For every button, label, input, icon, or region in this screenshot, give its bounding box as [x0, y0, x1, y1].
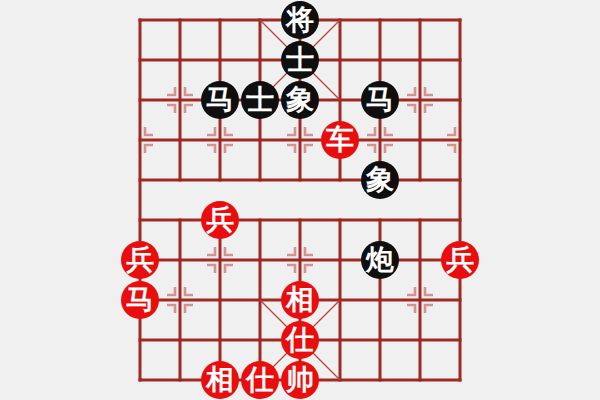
piece-black-elephant[interactable]: 象: [361, 161, 399, 199]
piece-red-soldier[interactable]: 兵: [441, 241, 479, 279]
piece-red-soldier[interactable]: 兵: [121, 241, 159, 279]
piece-black-horse[interactable]: 马: [201, 81, 239, 119]
piece-grid: 将士马士象马车象兵兵炮兵马相仕相仕帅: [120, 0, 480, 400]
piece-red-chariot[interactable]: 车: [321, 121, 359, 159]
piece-red-advisor[interactable]: 仕: [281, 321, 319, 359]
xiangqi-board: 将士马士象马车象兵兵炮兵马相仕相仕帅: [0, 0, 600, 400]
piece-black-advisor[interactable]: 士: [281, 41, 319, 79]
piece-red-elephant[interactable]: 相: [281, 281, 319, 319]
piece-red-general[interactable]: 帅: [281, 361, 319, 399]
piece-red-horse[interactable]: 马: [121, 281, 159, 319]
piece-red-elephant[interactable]: 相: [201, 361, 239, 399]
piece-black-horse[interactable]: 马: [361, 81, 399, 119]
piece-red-soldier[interactable]: 兵: [201, 201, 239, 239]
piece-black-elephant[interactable]: 象: [281, 81, 319, 119]
piece-black-general[interactable]: 将: [281, 1, 319, 39]
piece-black-advisor[interactable]: 士: [241, 81, 279, 119]
piece-red-advisor[interactable]: 仕: [241, 361, 279, 399]
piece-black-cannon[interactable]: 炮: [361, 241, 399, 279]
